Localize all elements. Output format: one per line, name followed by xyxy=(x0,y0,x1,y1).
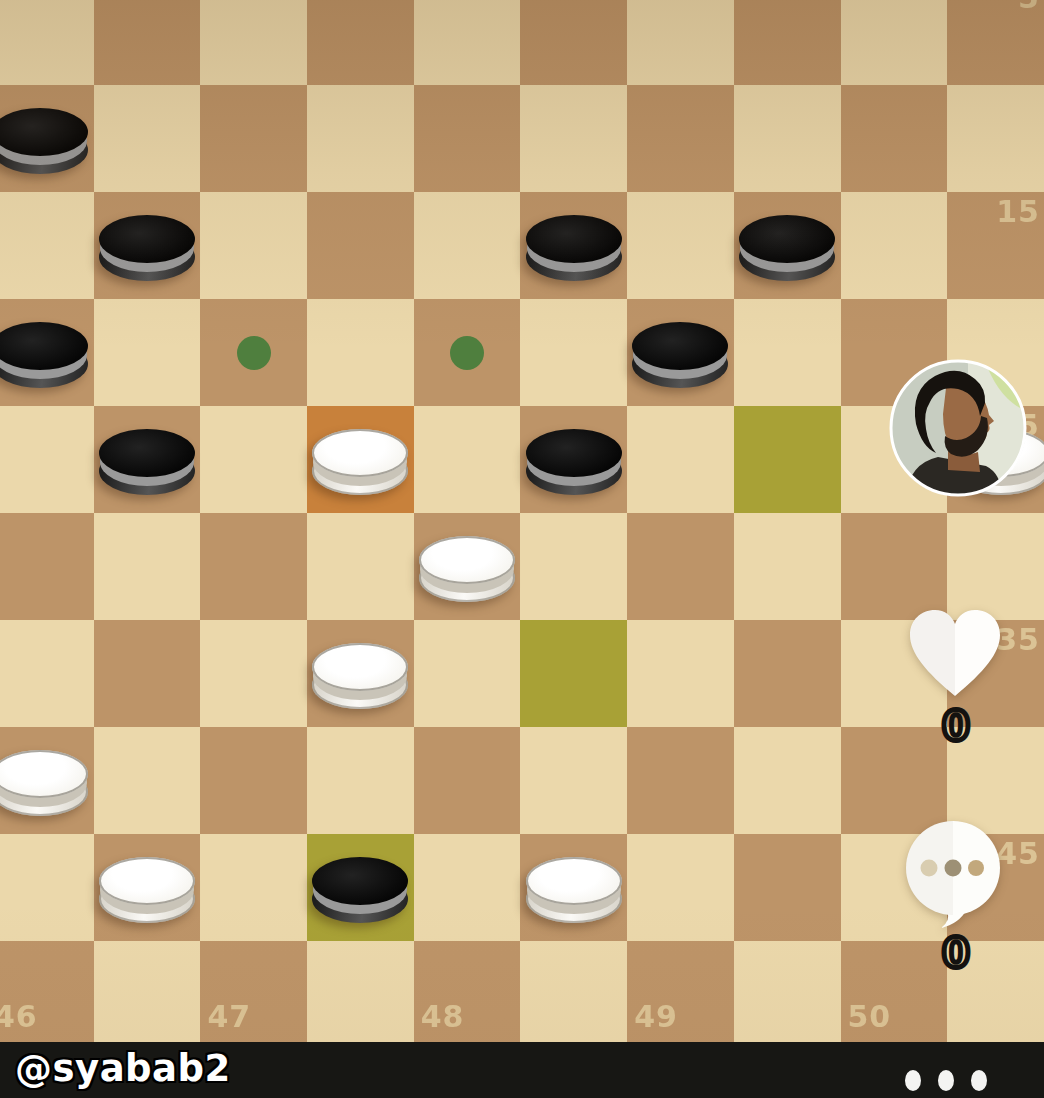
heart-icon xyxy=(902,602,1008,704)
square-9[interactable] xyxy=(627,85,734,192)
like-count: 0 xyxy=(934,706,978,746)
square-light xyxy=(414,620,521,727)
square-23[interactable] xyxy=(520,406,627,513)
black-piece-square-14[interactable] xyxy=(739,215,835,281)
square-16[interactable] xyxy=(0,299,94,406)
square-44[interactable] xyxy=(734,834,841,941)
square-light xyxy=(94,727,201,834)
square-light xyxy=(520,299,627,406)
square-number-label-48: 48 xyxy=(421,1002,465,1032)
bottom-bar: @syabab2 xyxy=(0,1042,1044,1098)
bubble-dot-middle xyxy=(945,860,962,877)
black-piece-square-6[interactable] xyxy=(0,108,88,174)
white-piece-square-22[interactable] xyxy=(312,429,408,495)
white-piece-square-32[interactable] xyxy=(312,643,408,709)
square-light xyxy=(307,941,414,1048)
square-light xyxy=(414,406,521,513)
square-light xyxy=(734,727,841,834)
square-14[interactable] xyxy=(734,192,841,299)
player-avatar[interactable] xyxy=(888,358,1028,498)
square-8[interactable] xyxy=(414,85,521,192)
square-50[interactable]: 50 xyxy=(841,941,948,1048)
square-24[interactable] xyxy=(734,406,841,513)
black-piece-square-13[interactable] xyxy=(526,215,622,281)
square-light xyxy=(734,941,841,1048)
square-11[interactable] xyxy=(94,192,201,299)
square-number-label-5: 5 xyxy=(1018,0,1040,13)
square-40[interactable] xyxy=(841,727,948,834)
comment-bubble-icon xyxy=(901,819,1005,929)
square-27[interactable] xyxy=(200,513,307,620)
square-light xyxy=(0,620,94,727)
menu-dot xyxy=(971,1070,987,1091)
square-17[interactable] xyxy=(200,299,307,406)
draughts-board: 5152535454647484950 xyxy=(0,0,1044,1048)
square-10[interactable] xyxy=(841,85,948,192)
square-light xyxy=(0,192,94,299)
black-piece-square-21[interactable] xyxy=(99,429,195,495)
square-light xyxy=(200,620,307,727)
black-piece-square-11[interactable] xyxy=(99,215,195,281)
white-piece-square-36[interactable] xyxy=(0,750,88,816)
square-light xyxy=(520,85,627,192)
square-light xyxy=(520,941,627,1048)
square-number-label-15: 15 xyxy=(996,197,1040,227)
avatar-photo xyxy=(888,358,1028,498)
square-31[interactable] xyxy=(94,620,201,727)
square-21[interactable] xyxy=(94,406,201,513)
square-39[interactable] xyxy=(627,727,734,834)
white-piece-square-41[interactable] xyxy=(99,857,195,923)
black-piece-square-23[interactable] xyxy=(526,429,622,495)
square-light xyxy=(0,834,94,941)
square-light xyxy=(627,620,734,727)
square-light xyxy=(414,834,521,941)
comment-button[interactable] xyxy=(901,819,1005,929)
square-light xyxy=(520,513,627,620)
square-light xyxy=(414,0,521,85)
square-light xyxy=(734,299,841,406)
square-light xyxy=(0,406,94,513)
square-light xyxy=(307,299,414,406)
square-light xyxy=(307,513,414,620)
like-button[interactable] xyxy=(902,602,1008,704)
square-41[interactable] xyxy=(94,834,201,941)
square-43[interactable] xyxy=(520,834,627,941)
square-light xyxy=(734,85,841,192)
square-34[interactable] xyxy=(734,620,841,727)
square-light xyxy=(627,192,734,299)
square-37[interactable] xyxy=(200,727,307,834)
square-2[interactable] xyxy=(307,0,414,85)
square-light xyxy=(307,85,414,192)
username-label[interactable]: @syabab2 xyxy=(15,1047,231,1090)
square-light xyxy=(734,513,841,620)
black-piece-square-19[interactable] xyxy=(632,322,728,388)
square-19[interactable] xyxy=(627,299,734,406)
black-piece-square-16[interactable] xyxy=(0,322,88,388)
square-22[interactable] xyxy=(307,406,414,513)
square-light xyxy=(0,0,94,85)
white-piece-square-28[interactable] xyxy=(419,536,515,602)
move-hint-dot[interactable] xyxy=(237,336,271,370)
square-13[interactable] xyxy=(520,192,627,299)
square-number-label-47: 47 xyxy=(207,1002,251,1032)
square-light xyxy=(200,834,307,941)
square-light xyxy=(200,192,307,299)
square-48[interactable]: 48 xyxy=(414,941,521,1048)
square-4[interactable] xyxy=(734,0,841,85)
menu-dot xyxy=(938,1070,954,1091)
square-light xyxy=(200,406,307,513)
square-light xyxy=(414,192,521,299)
square-light xyxy=(627,834,734,941)
square-7[interactable] xyxy=(200,85,307,192)
menu-dot xyxy=(905,1070,921,1091)
comment-count: 0 xyxy=(934,933,978,973)
square-number-label-50: 50 xyxy=(848,1002,892,1032)
square-light xyxy=(94,941,201,1048)
more-options-button[interactable] xyxy=(905,1070,987,1091)
black-piece-square-42[interactable] xyxy=(312,857,408,923)
square-46[interactable]: 46 xyxy=(0,941,94,1048)
square-49[interactable]: 49 xyxy=(627,941,734,1048)
square-26[interactable] xyxy=(0,513,94,620)
square-3[interactable] xyxy=(520,0,627,85)
square-light xyxy=(307,727,414,834)
square-29[interactable] xyxy=(627,513,734,620)
square-light xyxy=(627,406,734,513)
square-light xyxy=(94,85,201,192)
square-15[interactable]: 15 xyxy=(947,192,1044,299)
square-38[interactable] xyxy=(414,727,521,834)
square-32[interactable] xyxy=(307,620,414,727)
square-light xyxy=(520,727,627,834)
square-36[interactable] xyxy=(0,727,94,834)
square-12[interactable] xyxy=(307,192,414,299)
square-light xyxy=(200,0,307,85)
square-33[interactable] xyxy=(520,620,627,727)
square-light xyxy=(94,299,201,406)
square-42[interactable] xyxy=(307,834,414,941)
square-47[interactable]: 47 xyxy=(200,941,307,1048)
square-1[interactable] xyxy=(94,0,201,85)
video-frame: 5152535454647484950 0 xyxy=(0,0,1044,1098)
square-light xyxy=(94,513,201,620)
square-light xyxy=(841,192,948,299)
square-light xyxy=(947,85,1044,192)
square-5[interactable]: 5 xyxy=(947,0,1044,85)
bubble-dot-right xyxy=(968,860,984,876)
square-number-label-49: 49 xyxy=(634,1002,678,1032)
square-number-label-46: 46 xyxy=(0,1002,38,1032)
bubble-dot-left xyxy=(921,860,938,877)
square-light xyxy=(841,0,948,85)
white-piece-square-43[interactable] xyxy=(526,857,622,923)
move-hint-dot[interactable] xyxy=(450,336,484,370)
square-light xyxy=(627,0,734,85)
square-18[interactable] xyxy=(414,299,521,406)
square-28[interactable] xyxy=(414,513,521,620)
square-6[interactable] xyxy=(0,85,94,192)
